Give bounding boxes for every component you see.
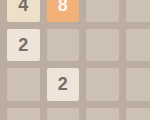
empty-cell bbox=[47, 29, 80, 62]
empty-cell bbox=[126, 0, 151, 22]
game-2048-board[interactable]: 4822 bbox=[0, 0, 150, 120]
empty-cell bbox=[86, 68, 119, 101]
empty-cell bbox=[126, 108, 151, 121]
game-2048-viewport: 4822 bbox=[0, 0, 150, 120]
empty-cell bbox=[47, 108, 80, 121]
tile-2: 2 bbox=[47, 68, 80, 101]
empty-cell bbox=[126, 68, 151, 101]
empty-cell bbox=[86, 29, 119, 62]
tile-8: 8 bbox=[47, 0, 80, 22]
empty-cell bbox=[86, 108, 119, 121]
empty-cell bbox=[7, 108, 40, 121]
empty-cell bbox=[86, 0, 119, 22]
tile-4: 4 bbox=[7, 0, 40, 22]
empty-cell bbox=[126, 29, 151, 62]
empty-cell bbox=[7, 68, 40, 101]
tile-2: 2 bbox=[7, 29, 40, 62]
